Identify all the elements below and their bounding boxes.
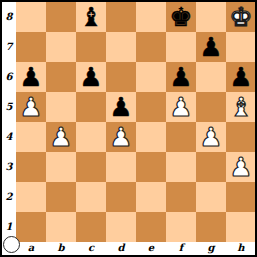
square-f3[interactable]: [166, 152, 196, 182]
piece-black-pawn-c6[interactable]: ♟: [79, 62, 102, 92]
square-b1[interactable]: [46, 212, 76, 242]
square-e3[interactable]: [136, 152, 166, 182]
square-c3[interactable]: [76, 152, 106, 182]
square-d5[interactable]: ♟: [106, 92, 136, 122]
square-b2[interactable]: [46, 182, 76, 212]
square-a8[interactable]: [16, 2, 46, 32]
square-b3[interactable]: [46, 152, 76, 182]
rank-label-3: 3: [2, 152, 16, 182]
square-c1[interactable]: [76, 212, 106, 242]
square-h1[interactable]: [226, 212, 256, 242]
square-d6[interactable]: [106, 62, 136, 92]
square-g7[interactable]: ♟: [196, 32, 226, 62]
square-h3[interactable]: ♟: [226, 152, 256, 182]
square-c2[interactable]: [76, 182, 106, 212]
file-label-a: a: [16, 242, 46, 255]
piece-black-pawn-d5[interactable]: ♟: [109, 92, 132, 122]
file-label-c: c: [76, 242, 106, 255]
square-h6[interactable]: ♟: [226, 62, 256, 92]
square-d1[interactable]: [106, 212, 136, 242]
square-a6[interactable]: ♟: [16, 62, 46, 92]
rank-label-8: 8: [2, 2, 16, 32]
square-e1[interactable]: [136, 212, 166, 242]
square-g6[interactable]: [196, 62, 226, 92]
turn-indicator-white-to-move: [3, 236, 20, 253]
piece-black-pawn-g7[interactable]: ♟: [199, 32, 222, 62]
square-g2[interactable]: [196, 182, 226, 212]
square-a4[interactable]: [16, 122, 46, 152]
square-f5[interactable]: ♟: [166, 92, 196, 122]
square-f2[interactable]: [166, 182, 196, 212]
rank-labels: 87654321: [2, 2, 16, 242]
chess-board: ♝♚♚♟♟♟♟♟♟♟♟♝♟♟♟♟: [16, 2, 256, 242]
square-e4[interactable]: [136, 122, 166, 152]
square-a7[interactable]: [16, 32, 46, 62]
square-e8[interactable]: [136, 2, 166, 32]
square-d8[interactable]: [106, 2, 136, 32]
square-g1[interactable]: [196, 212, 226, 242]
square-g3[interactable]: [196, 152, 226, 182]
square-f1[interactable]: [166, 212, 196, 242]
rank-label-5: 5: [2, 92, 16, 122]
square-b6[interactable]: [46, 62, 76, 92]
square-a2[interactable]: [16, 182, 46, 212]
square-a3[interactable]: [16, 152, 46, 182]
square-e6[interactable]: [136, 62, 166, 92]
square-c5[interactable]: [76, 92, 106, 122]
piece-white-pawn-d4[interactable]: ♟: [109, 122, 132, 152]
piece-white-pawn-f5[interactable]: ♟: [169, 92, 192, 122]
square-f6[interactable]: ♟: [166, 62, 196, 92]
file-label-h: h: [226, 242, 256, 255]
square-b5[interactable]: [46, 92, 76, 122]
square-b7[interactable]: [46, 32, 76, 62]
square-b4[interactable]: ♟: [46, 122, 76, 152]
square-c8[interactable]: ♝: [76, 2, 106, 32]
piece-white-king-h8[interactable]: ♚: [229, 2, 252, 32]
square-a5[interactable]: ♟: [16, 92, 46, 122]
square-d3[interactable]: [106, 152, 136, 182]
piece-white-pawn-b4[interactable]: ♟: [49, 122, 72, 152]
rank-label-4: 4: [2, 122, 16, 152]
square-e2[interactable]: [136, 182, 166, 212]
square-c7[interactable]: [76, 32, 106, 62]
square-f7[interactable]: [166, 32, 196, 62]
square-b8[interactable]: [46, 2, 76, 32]
piece-white-pawn-a5[interactable]: ♟: [19, 92, 42, 122]
square-g5[interactable]: [196, 92, 226, 122]
square-f4[interactable]: [166, 122, 196, 152]
piece-black-pawn-f6[interactable]: ♟: [169, 62, 192, 92]
square-c6[interactable]: ♟: [76, 62, 106, 92]
rank-label-2: 2: [2, 182, 16, 212]
square-a1[interactable]: [16, 212, 46, 242]
square-e5[interactable]: [136, 92, 166, 122]
square-d7[interactable]: [106, 32, 136, 62]
file-label-f: f: [166, 242, 196, 255]
square-e7[interactable]: [136, 32, 166, 62]
square-h7[interactable]: [226, 32, 256, 62]
square-h4[interactable]: [226, 122, 256, 152]
piece-black-bishop-c8[interactable]: ♝: [79, 2, 102, 32]
piece-white-bishop-h5[interactable]: ♝: [229, 92, 252, 122]
piece-black-pawn-a6[interactable]: ♟: [19, 62, 42, 92]
piece-black-king-f8[interactable]: ♚: [169, 2, 192, 32]
rank-label-6: 6: [2, 62, 16, 92]
file-label-d: d: [106, 242, 136, 255]
square-g4[interactable]: ♟: [196, 122, 226, 152]
square-d2[interactable]: [106, 182, 136, 212]
square-g8[interactable]: [196, 2, 226, 32]
piece-white-pawn-h3[interactable]: ♟: [229, 152, 252, 182]
square-d4[interactable]: ♟: [106, 122, 136, 152]
file-label-e: e: [136, 242, 166, 255]
square-f8[interactable]: ♚: [166, 2, 196, 32]
file-label-g: g: [196, 242, 226, 255]
square-h8[interactable]: ♚: [226, 2, 256, 32]
file-labels: abcdefgh: [16, 242, 256, 255]
square-h2[interactable]: [226, 182, 256, 212]
piece-black-pawn-h6[interactable]: ♟: [229, 62, 252, 92]
rank-label-7: 7: [2, 32, 16, 62]
file-label-b: b: [46, 242, 76, 255]
square-h5[interactable]: ♝: [226, 92, 256, 122]
piece-white-pawn-g4[interactable]: ♟: [199, 122, 222, 152]
chess-diagram: 87654321 ♝♚♚♟♟♟♟♟♟♟♟♝♟♟♟♟ abcdefgh: [0, 0, 257, 257]
square-c4[interactable]: [76, 122, 106, 152]
